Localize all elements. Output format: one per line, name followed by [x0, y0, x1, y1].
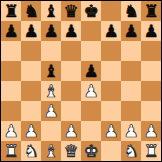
square-g8[interactable]: ♞ [121, 1, 141, 21]
square-h3[interactable] [141, 101, 161, 121]
square-h6[interactable] [141, 41, 161, 61]
piece-white-pawn[interactable]: ♟ [143, 121, 158, 141]
square-c4[interactable]: ♝ [41, 81, 61, 101]
piece-black-pawn[interactable]: ♟ [63, 21, 78, 41]
square-f5[interactable] [101, 61, 121, 81]
square-c5[interactable]: ♝ [41, 61, 61, 81]
piece-black-pawn[interactable]: ♟ [123, 21, 138, 41]
piece-white-pawn[interactable]: ♟ [123, 121, 138, 141]
square-d6[interactable] [61, 41, 81, 61]
piece-black-rook[interactable]: ♜ [3, 1, 18, 21]
square-e2[interactable] [81, 121, 101, 141]
square-a3[interactable] [1, 101, 21, 121]
piece-black-rook[interactable]: ♜ [143, 1, 158, 21]
square-d5[interactable] [61, 61, 81, 81]
square-d4[interactable] [61, 81, 81, 101]
piece-black-pawn[interactable]: ♟ [143, 21, 158, 41]
piece-white-knight[interactable]: ♞ [23, 141, 38, 161]
piece-white-pawn[interactable]: ♟ [83, 81, 98, 101]
piece-black-king[interactable]: ♚ [83, 1, 98, 21]
square-h1[interactable]: ♜ [141, 141, 161, 161]
square-b3[interactable] [21, 101, 41, 121]
square-b5[interactable] [21, 61, 41, 81]
square-b1[interactable]: ♞ [21, 141, 41, 161]
square-g4[interactable] [121, 81, 141, 101]
square-b2[interactable]: ♟ [21, 121, 41, 141]
square-h4[interactable] [141, 81, 161, 101]
piece-black-pawn[interactable]: ♟ [43, 21, 58, 41]
square-h7[interactable]: ♟ [141, 21, 161, 41]
square-c2[interactable] [41, 121, 61, 141]
piece-black-bishop[interactable]: ♝ [43, 61, 58, 81]
square-a2[interactable]: ♟ [1, 121, 21, 141]
square-g3[interactable] [121, 101, 141, 121]
square-c8[interactable]: ♝ [41, 1, 61, 21]
square-c3[interactable]: ♟ [41, 101, 61, 121]
square-f3[interactable] [101, 101, 121, 121]
square-d7[interactable]: ♟ [61, 21, 81, 41]
square-f8[interactable] [101, 1, 121, 21]
square-e7[interactable] [81, 21, 101, 41]
square-e5[interactable]: ♟ [81, 61, 101, 81]
square-e1[interactable]: ♚ [81, 141, 101, 161]
square-c6[interactable] [41, 41, 61, 61]
square-a1[interactable]: ♜ [1, 141, 21, 161]
piece-white-pawn[interactable]: ♟ [103, 121, 118, 141]
square-h2[interactable]: ♟ [141, 121, 161, 141]
square-e3[interactable] [81, 101, 101, 121]
piece-white-pawn[interactable]: ♟ [3, 121, 18, 141]
piece-white-king[interactable]: ♚ [83, 141, 98, 161]
square-h8[interactable]: ♜ [141, 1, 161, 21]
square-f4[interactable] [101, 81, 121, 101]
piece-white-rook[interactable]: ♜ [143, 141, 158, 161]
piece-white-pawn[interactable]: ♟ [43, 101, 58, 121]
square-g6[interactable] [121, 41, 141, 61]
square-g2[interactable]: ♟ [121, 121, 141, 141]
square-a8[interactable]: ♜ [1, 1, 21, 21]
square-d8[interactable]: ♛ [61, 1, 81, 21]
piece-black-pawn[interactable]: ♟ [3, 21, 18, 41]
square-f1[interactable] [101, 141, 121, 161]
piece-white-pawn[interactable]: ♟ [63, 121, 78, 141]
piece-white-pawn[interactable]: ♟ [23, 121, 38, 141]
piece-black-pawn[interactable]: ♟ [103, 21, 118, 41]
square-e6[interactable] [81, 41, 101, 61]
square-e4[interactable]: ♟ [81, 81, 101, 101]
piece-white-bishop[interactable]: ♝ [43, 81, 58, 101]
square-f2[interactable]: ♟ [101, 121, 121, 141]
square-f6[interactable] [101, 41, 121, 61]
square-a6[interactable] [1, 41, 21, 61]
square-c1[interactable]: ♝ [41, 141, 61, 161]
square-a5[interactable] [1, 61, 21, 81]
square-b8[interactable]: ♞ [21, 1, 41, 21]
square-g5[interactable] [121, 61, 141, 81]
piece-black-knight[interactable]: ♞ [123, 1, 138, 21]
piece-black-pawn[interactable]: ♟ [23, 21, 38, 41]
piece-white-rook[interactable]: ♜ [3, 141, 18, 161]
square-d2[interactable]: ♟ [61, 121, 81, 141]
square-f7[interactable]: ♟ [101, 21, 121, 41]
piece-white-queen[interactable]: ♛ [63, 141, 78, 161]
piece-black-bishop[interactable]: ♝ [43, 1, 58, 21]
square-g1[interactable]: ♞ [121, 141, 141, 161]
piece-white-bishop[interactable]: ♝ [43, 141, 58, 161]
square-a4[interactable] [1, 81, 21, 101]
square-b7[interactable]: ♟ [21, 21, 41, 41]
square-g7[interactable]: ♟ [121, 21, 141, 41]
square-d1[interactable]: ♛ [61, 141, 81, 161]
piece-black-pawn[interactable]: ♟ [83, 61, 98, 81]
piece-black-queen[interactable]: ♛ [63, 1, 78, 21]
piece-black-knight[interactable]: ♞ [23, 1, 38, 21]
square-b4[interactable] [21, 81, 41, 101]
chess-board: ♜♞♝♛♚♞♜♟♟♟♟♟♟♟♝♟♝♟♟♟♟♟♟♟♟♜♞♝♛♚♞♜ [0, 0, 162, 162]
square-d3[interactable] [61, 101, 81, 121]
square-e8[interactable]: ♚ [81, 1, 101, 21]
square-b6[interactable] [21, 41, 41, 61]
square-a7[interactable]: ♟ [1, 21, 21, 41]
piece-white-knight[interactable]: ♞ [123, 141, 138, 161]
square-c7[interactable]: ♟ [41, 21, 61, 41]
square-h5[interactable] [141, 61, 161, 81]
